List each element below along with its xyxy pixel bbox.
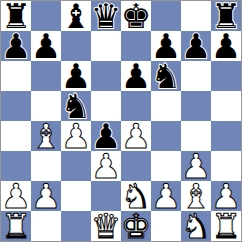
black-pawn-b7[interactable]: ♟ <box>31 29 61 63</box>
black-bishop-c8[interactable]: ♝ <box>61 0 91 33</box>
white-knight-g1[interactable]: ♞ <box>181 209 211 242</box>
square-b2[interactable]: ♟ <box>31 181 61 211</box>
square-h4[interactable] <box>211 121 241 151</box>
square-e8[interactable]: ♚ <box>121 1 151 31</box>
square-a1[interactable]: ♜ <box>1 211 31 241</box>
square-h7[interactable]: ♟ <box>211 31 241 61</box>
white-rook-h1[interactable]: ♜ <box>211 209 241 242</box>
square-c3[interactable] <box>61 151 91 181</box>
square-a7[interactable]: ♟ <box>1 31 31 61</box>
white-bishop-b4[interactable]: ♝ <box>31 119 61 153</box>
chess-board: ♜♝♛♚♜♟♟♟♟♟♟♟♞♞♝♟♟♟♟♟♟♟♞♟♝♟♜♛♚♞♜ <box>0 0 242 242</box>
square-c2[interactable] <box>61 181 91 211</box>
square-d6[interactable] <box>91 61 121 91</box>
white-pawn-f2[interactable]: ♟ <box>151 179 181 213</box>
square-f4[interactable] <box>151 121 181 151</box>
square-e4[interactable]: ♟ <box>121 121 151 151</box>
black-pawn-g7[interactable]: ♟ <box>181 29 211 63</box>
square-b1[interactable] <box>31 211 61 241</box>
square-b6[interactable] <box>31 61 61 91</box>
square-c4[interactable]: ♟ <box>61 121 91 151</box>
square-b7[interactable]: ♟ <box>31 31 61 61</box>
square-a4[interactable] <box>1 121 31 151</box>
black-pawn-e6[interactable]: ♟ <box>121 59 151 93</box>
square-e6[interactable]: ♟ <box>121 61 151 91</box>
square-f6[interactable]: ♞ <box>151 61 181 91</box>
black-queen-d8[interactable]: ♛ <box>91 0 121 33</box>
black-pawn-a7[interactable]: ♟ <box>1 29 31 63</box>
square-a6[interactable] <box>1 61 31 91</box>
square-g6[interactable] <box>181 61 211 91</box>
square-c1[interactable] <box>61 211 91 241</box>
black-pawn-h7[interactable]: ♟ <box>211 29 241 63</box>
square-h1[interactable]: ♜ <box>211 211 241 241</box>
white-pawn-c4[interactable]: ♟ <box>61 119 91 153</box>
white-queen-d1[interactable]: ♛ <box>91 209 121 242</box>
white-king-e1[interactable]: ♚ <box>121 209 151 242</box>
square-h6[interactable] <box>211 61 241 91</box>
square-c8[interactable]: ♝ <box>61 1 91 31</box>
square-d8[interactable]: ♛ <box>91 1 121 31</box>
square-f5[interactable] <box>151 91 181 121</box>
square-d3[interactable]: ♟ <box>91 151 121 181</box>
black-knight-f6[interactable]: ♞ <box>151 59 181 93</box>
white-pawn-e4[interactable]: ♟ <box>121 119 151 153</box>
white-pawn-b2[interactable]: ♟ <box>31 179 61 213</box>
black-king-e8[interactable]: ♚ <box>121 0 151 33</box>
square-d1[interactable]: ♛ <box>91 211 121 241</box>
square-e1[interactable]: ♚ <box>121 211 151 241</box>
square-f2[interactable]: ♟ <box>151 181 181 211</box>
square-a5[interactable] <box>1 91 31 121</box>
square-g5[interactable] <box>181 91 211 121</box>
white-pawn-d3[interactable]: ♟ <box>91 149 121 183</box>
square-g7[interactable]: ♟ <box>181 31 211 61</box>
square-g1[interactable]: ♞ <box>181 211 211 241</box>
square-f1[interactable] <box>151 211 181 241</box>
white-rook-a1[interactable]: ♜ <box>1 209 31 242</box>
square-d7[interactable] <box>91 31 121 61</box>
square-h5[interactable] <box>211 91 241 121</box>
square-b4[interactable]: ♝ <box>31 121 61 151</box>
